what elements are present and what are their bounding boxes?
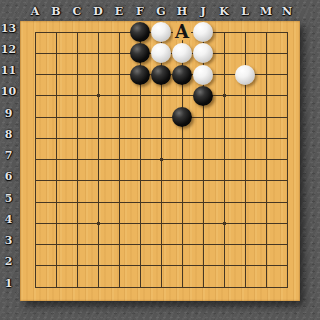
point-L7[interactable] xyxy=(235,149,256,170)
point-J7[interactable] xyxy=(193,149,214,170)
point-N4[interactable] xyxy=(277,213,298,234)
white-stone[interactable] xyxy=(151,22,171,42)
point-M12[interactable] xyxy=(256,43,277,64)
point-G13[interactable] xyxy=(151,22,172,43)
point-E5[interactable] xyxy=(109,192,130,213)
point-A12[interactable] xyxy=(25,43,46,64)
point-D9[interactable] xyxy=(88,107,109,128)
point-H12[interactable] xyxy=(172,43,193,64)
point-G11[interactable] xyxy=(151,64,172,85)
black-stone[interactable] xyxy=(172,107,192,127)
point-F12[interactable] xyxy=(130,43,151,64)
point-J4[interactable] xyxy=(193,213,214,234)
row-label-5: 5 xyxy=(0,192,17,213)
point-M2[interactable] xyxy=(256,255,277,276)
point-H5[interactable] xyxy=(172,192,193,213)
point-A9[interactable] xyxy=(25,107,46,128)
point-D11[interactable] xyxy=(88,64,109,85)
point-G3[interactable] xyxy=(151,234,172,255)
point-D1[interactable] xyxy=(88,277,109,298)
point-A8[interactable] xyxy=(25,128,46,149)
point-C5[interactable] xyxy=(67,192,88,213)
go-board-grid: A xyxy=(25,22,298,298)
point-M8[interactable] xyxy=(256,128,277,149)
white-stone[interactable] xyxy=(193,65,213,85)
point-J8[interactable] xyxy=(193,128,214,149)
row-label-1: 1 xyxy=(0,277,17,298)
point-N9[interactable] xyxy=(277,107,298,128)
point-H3[interactable] xyxy=(172,234,193,255)
point-N6[interactable] xyxy=(277,170,298,191)
row-label-13: 13 xyxy=(0,22,17,43)
column-label-D: D xyxy=(88,5,109,19)
point-A5[interactable] xyxy=(25,192,46,213)
point-K8[interactable] xyxy=(214,128,235,149)
star-point xyxy=(160,158,163,161)
point-N1[interactable] xyxy=(277,277,298,298)
point-D13[interactable] xyxy=(88,22,109,43)
point-L6[interactable] xyxy=(235,170,256,191)
black-stone[interactable] xyxy=(193,86,213,106)
point-F3[interactable] xyxy=(130,234,151,255)
point-F6[interactable] xyxy=(130,170,151,191)
point-C3[interactable] xyxy=(67,234,88,255)
point-M13[interactable] xyxy=(256,22,277,43)
point-N12[interactable] xyxy=(277,43,298,64)
point-B2[interactable] xyxy=(46,255,67,276)
column-label-A: A xyxy=(25,5,46,19)
point-F7[interactable] xyxy=(130,149,151,170)
black-stone[interactable] xyxy=(151,65,171,85)
row-label-3: 3 xyxy=(0,234,17,255)
black-stone[interactable] xyxy=(172,65,192,85)
point-G7[interactable] xyxy=(151,149,172,170)
point-K7[interactable] xyxy=(214,149,235,170)
point-H9[interactable] xyxy=(172,107,193,128)
point-H7[interactable] xyxy=(172,149,193,170)
point-F9[interactable] xyxy=(130,107,151,128)
point-K3[interactable] xyxy=(214,234,235,255)
point-D10[interactable] xyxy=(88,85,109,106)
point-F5[interactable] xyxy=(130,192,151,213)
point-J3[interactable] xyxy=(193,234,214,255)
point-H10[interactable] xyxy=(172,85,193,106)
point-A11[interactable] xyxy=(25,64,46,85)
point-M9[interactable] xyxy=(256,107,277,128)
star-point xyxy=(97,94,100,97)
point-L9[interactable] xyxy=(235,107,256,128)
point-C10[interactable] xyxy=(67,85,88,106)
point-K5[interactable] xyxy=(214,192,235,213)
black-stone[interactable] xyxy=(130,22,150,42)
point-N5[interactable] xyxy=(277,192,298,213)
point-L10[interactable] xyxy=(235,85,256,106)
black-stone[interactable] xyxy=(130,43,150,63)
point-D3[interactable] xyxy=(88,234,109,255)
point-L13[interactable] xyxy=(235,22,256,43)
point-N13[interactable] xyxy=(277,22,298,43)
point-H8[interactable] xyxy=(172,128,193,149)
row-labels: 13121110987654321 xyxy=(0,22,17,298)
row-label-10: 10 xyxy=(0,85,17,106)
point-K11[interactable] xyxy=(214,64,235,85)
point-M1[interactable] xyxy=(256,277,277,298)
point-E3[interactable] xyxy=(109,234,130,255)
column-label-E: E xyxy=(109,5,130,19)
point-F13[interactable] xyxy=(130,22,151,43)
point-B6[interactable] xyxy=(46,170,67,191)
point-K1[interactable] xyxy=(214,277,235,298)
star-point xyxy=(97,222,100,225)
point-G12[interactable] xyxy=(151,43,172,64)
point-B9[interactable] xyxy=(46,107,67,128)
column-label-H: H xyxy=(172,5,193,19)
point-A1[interactable] xyxy=(25,277,46,298)
point-G4[interactable] xyxy=(151,213,172,234)
point-K10[interactable] xyxy=(214,85,235,106)
point-E8[interactable] xyxy=(109,128,130,149)
point-A6[interactable] xyxy=(25,170,46,191)
column-label-N: N xyxy=(277,5,298,19)
point-A2[interactable] xyxy=(25,255,46,276)
point-L5[interactable] xyxy=(235,192,256,213)
black-stone[interactable] xyxy=(130,65,150,85)
column-label-G: G xyxy=(151,5,172,19)
point-L4[interactable] xyxy=(235,213,256,234)
point-H2[interactable] xyxy=(172,255,193,276)
point-B8[interactable] xyxy=(46,128,67,149)
row-label-11: 11 xyxy=(0,64,17,85)
point-C4[interactable] xyxy=(67,213,88,234)
point-G9[interactable] xyxy=(151,107,172,128)
point-B13[interactable] xyxy=(46,22,67,43)
point-M6[interactable] xyxy=(256,170,277,191)
point-A4[interactable] xyxy=(25,213,46,234)
point-E12[interactable] xyxy=(109,43,130,64)
point-G1[interactable] xyxy=(151,277,172,298)
white-stone[interactable] xyxy=(193,22,213,42)
point-B12[interactable] xyxy=(46,43,67,64)
point-J13[interactable] xyxy=(193,22,214,43)
column-labels: ABCDEFGHJKLMN xyxy=(25,5,298,19)
point-F4[interactable] xyxy=(130,213,151,234)
point-E7[interactable] xyxy=(109,149,130,170)
point-B1[interactable] xyxy=(46,277,67,298)
point-C6[interactable] xyxy=(67,170,88,191)
point-J12[interactable] xyxy=(193,43,214,64)
point-A7[interactable] xyxy=(25,149,46,170)
point-E9[interactable] xyxy=(109,107,130,128)
row-label-12: 12 xyxy=(0,43,17,64)
point-D12[interactable] xyxy=(88,43,109,64)
point-J9[interactable] xyxy=(193,107,214,128)
point-D8[interactable] xyxy=(88,128,109,149)
point-C7[interactable] xyxy=(67,149,88,170)
point-D7[interactable] xyxy=(88,149,109,170)
point-B4[interactable] xyxy=(46,213,67,234)
point-B7[interactable] xyxy=(46,149,67,170)
point-M11[interactable] xyxy=(256,64,277,85)
point-J1[interactable] xyxy=(193,277,214,298)
point-M3[interactable] xyxy=(256,234,277,255)
star-point xyxy=(223,222,226,225)
page-background: ABCDEFGHJKLMN 13121110987654321 A xyxy=(0,0,320,320)
white-stone[interactable] xyxy=(235,65,255,85)
column-label-M: M xyxy=(256,5,277,19)
point-F1[interactable] xyxy=(130,277,151,298)
point-L11[interactable] xyxy=(235,64,256,85)
point-E4[interactable] xyxy=(109,213,130,234)
point-D5[interactable] xyxy=(88,192,109,213)
point-A3[interactable] xyxy=(25,234,46,255)
point-B3[interactable] xyxy=(46,234,67,255)
column-label-F: F xyxy=(130,5,151,19)
point-F2[interactable] xyxy=(130,255,151,276)
white-stone[interactable] xyxy=(193,43,213,63)
point-C2[interactable] xyxy=(67,255,88,276)
column-label-L: L xyxy=(235,5,256,19)
point-H6[interactable] xyxy=(172,170,193,191)
point-H1[interactable] xyxy=(172,277,193,298)
point-K6[interactable] xyxy=(214,170,235,191)
point-M4[interactable] xyxy=(256,213,277,234)
point-H11[interactable] xyxy=(172,64,193,85)
point-L3[interactable] xyxy=(235,234,256,255)
point-D2[interactable] xyxy=(88,255,109,276)
point-G5[interactable] xyxy=(151,192,172,213)
point-N3[interactable] xyxy=(277,234,298,255)
point-N10[interactable] xyxy=(277,85,298,106)
point-L2[interactable] xyxy=(235,255,256,276)
point-M7[interactable] xyxy=(256,149,277,170)
point-K9[interactable] xyxy=(214,107,235,128)
point-L12[interactable] xyxy=(235,43,256,64)
point-B10[interactable] xyxy=(46,85,67,106)
star-point xyxy=(223,94,226,97)
column-label-B: B xyxy=(46,5,67,19)
point-J10[interactable] xyxy=(193,85,214,106)
row-label-8: 8 xyxy=(0,128,17,149)
row-label-2: 2 xyxy=(0,255,17,276)
point-C1[interactable] xyxy=(67,277,88,298)
point-C8[interactable] xyxy=(67,128,88,149)
point-F10[interactable] xyxy=(130,85,151,106)
point-M5[interactable] xyxy=(256,192,277,213)
row-label-4: 4 xyxy=(0,213,17,234)
point-H13[interactable]: A xyxy=(172,22,193,43)
go-board: A xyxy=(20,21,300,301)
point-K13[interactable] xyxy=(214,22,235,43)
point-N2[interactable] xyxy=(277,255,298,276)
point-K4[interactable] xyxy=(214,213,235,234)
column-label-K: K xyxy=(214,5,235,19)
point-E6[interactable] xyxy=(109,170,130,191)
point-A13[interactable] xyxy=(25,22,46,43)
white-stone[interactable] xyxy=(151,43,171,63)
point-J2[interactable] xyxy=(193,255,214,276)
point-G8[interactable] xyxy=(151,128,172,149)
point-C12[interactable] xyxy=(67,43,88,64)
point-B11[interactable] xyxy=(46,64,67,85)
point-N8[interactable] xyxy=(277,128,298,149)
point-J5[interactable] xyxy=(193,192,214,213)
column-label-C: C xyxy=(67,5,88,19)
point-A10[interactable] xyxy=(25,85,46,106)
point-N11[interactable] xyxy=(277,64,298,85)
point-G2[interactable] xyxy=(151,255,172,276)
point-J6[interactable] xyxy=(193,170,214,191)
column-label-J: J xyxy=(193,5,214,19)
point-E10[interactable] xyxy=(109,85,130,106)
point-E11[interactable] xyxy=(109,64,130,85)
row-label-9: 9 xyxy=(0,107,17,128)
point-B5[interactable] xyxy=(46,192,67,213)
point-K12[interactable] xyxy=(214,43,235,64)
point-label-A: A xyxy=(173,23,191,40)
point-F8[interactable] xyxy=(130,128,151,149)
point-K2[interactable] xyxy=(214,255,235,276)
point-C9[interactable] xyxy=(67,107,88,128)
point-N7[interactable] xyxy=(277,149,298,170)
point-E13[interactable] xyxy=(109,22,130,43)
point-C11[interactable] xyxy=(67,64,88,85)
point-F11[interactable] xyxy=(130,64,151,85)
point-L8[interactable] xyxy=(235,128,256,149)
point-E2[interactable] xyxy=(109,255,130,276)
point-J11[interactable] xyxy=(193,64,214,85)
point-E1[interactable] xyxy=(109,277,130,298)
point-L1[interactable] xyxy=(235,277,256,298)
point-H4[interactable] xyxy=(172,213,193,234)
point-M10[interactable] xyxy=(256,85,277,106)
point-D4[interactable] xyxy=(88,213,109,234)
row-label-7: 7 xyxy=(0,149,17,170)
white-stone[interactable] xyxy=(172,43,192,63)
point-D6[interactable] xyxy=(88,170,109,191)
point-G10[interactable] xyxy=(151,85,172,106)
row-label-6: 6 xyxy=(0,170,17,191)
point-G6[interactable] xyxy=(151,170,172,191)
point-C13[interactable] xyxy=(67,22,88,43)
